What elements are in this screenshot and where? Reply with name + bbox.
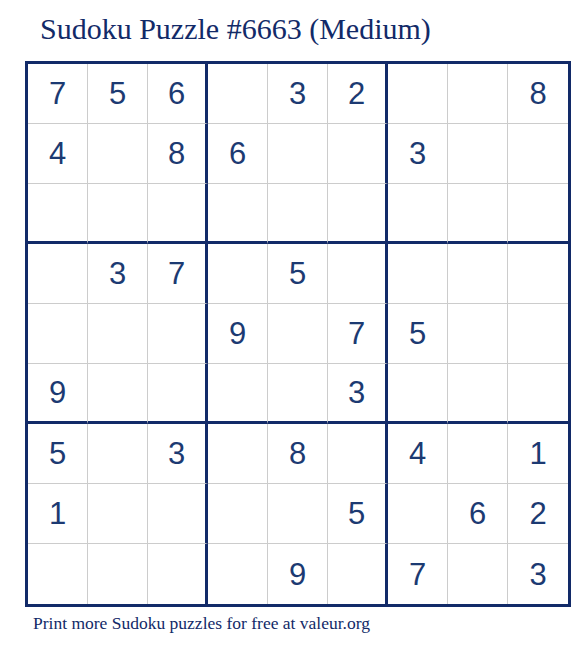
cell-r2c3: 8 bbox=[148, 124, 208, 184]
cell-r4c7 bbox=[388, 244, 448, 304]
cell-r6c1: 9 bbox=[28, 364, 88, 424]
cell-r2c8 bbox=[448, 124, 508, 184]
cell-r7c2 bbox=[88, 424, 148, 484]
cell-r3c8 bbox=[448, 184, 508, 244]
cell-r3c7 bbox=[388, 184, 448, 244]
cell-r8c6: 5 bbox=[328, 484, 388, 544]
cell-r9c9: 3 bbox=[508, 544, 568, 604]
cell-r1c4 bbox=[208, 64, 268, 124]
cell-r6c4 bbox=[208, 364, 268, 424]
cell-r3c5 bbox=[268, 184, 328, 244]
cell-r4c1 bbox=[28, 244, 88, 304]
cell-r8c1: 1 bbox=[28, 484, 88, 544]
cell-r7c4 bbox=[208, 424, 268, 484]
cell-r4c6 bbox=[328, 244, 388, 304]
cell-r1c9: 8 bbox=[508, 64, 568, 124]
cell-r3c3 bbox=[148, 184, 208, 244]
cell-r7c9: 1 bbox=[508, 424, 568, 484]
cell-r7c5: 8 bbox=[268, 424, 328, 484]
cell-r2c2 bbox=[88, 124, 148, 184]
cell-r3c2 bbox=[88, 184, 148, 244]
cell-r9c3 bbox=[148, 544, 208, 604]
cell-r1c5: 3 bbox=[268, 64, 328, 124]
cell-r8c3 bbox=[148, 484, 208, 544]
cell-r5c7: 5 bbox=[388, 304, 448, 364]
cell-r2c6 bbox=[328, 124, 388, 184]
cell-r8c5 bbox=[268, 484, 328, 544]
cell-r5c2 bbox=[88, 304, 148, 364]
cell-r5c9 bbox=[508, 304, 568, 364]
cell-r4c4 bbox=[208, 244, 268, 304]
cell-r4c2: 3 bbox=[88, 244, 148, 304]
footer-text: Print more Sudoku puzzles for free at va… bbox=[33, 613, 370, 634]
cell-r7c3: 3 bbox=[148, 424, 208, 484]
cell-r1c8 bbox=[448, 64, 508, 124]
cell-r5c6: 7 bbox=[328, 304, 388, 364]
cell-r6c6: 3 bbox=[328, 364, 388, 424]
cell-r8c8: 6 bbox=[448, 484, 508, 544]
page-title: Sudoku Puzzle #6663 (Medium) bbox=[40, 12, 431, 46]
cell-r7c6 bbox=[328, 424, 388, 484]
cell-r1c3: 6 bbox=[148, 64, 208, 124]
cell-r2c4: 6 bbox=[208, 124, 268, 184]
cell-r3c6 bbox=[328, 184, 388, 244]
cell-r5c5 bbox=[268, 304, 328, 364]
cell-r6c5 bbox=[268, 364, 328, 424]
cell-r9c8 bbox=[448, 544, 508, 604]
cell-r9c2 bbox=[88, 544, 148, 604]
cell-r9c6 bbox=[328, 544, 388, 604]
cell-r8c7 bbox=[388, 484, 448, 544]
cell-r6c7 bbox=[388, 364, 448, 424]
cell-r1c7 bbox=[388, 64, 448, 124]
cell-r5c3 bbox=[148, 304, 208, 364]
cell-r2c5 bbox=[268, 124, 328, 184]
cell-r9c1 bbox=[28, 544, 88, 604]
cell-r2c9 bbox=[508, 124, 568, 184]
sudoku-page: Sudoku Puzzle #6663 (Medium) 75632848633… bbox=[0, 0, 574, 651]
cell-r8c4 bbox=[208, 484, 268, 544]
cell-r4c5: 5 bbox=[268, 244, 328, 304]
cell-r6c8 bbox=[448, 364, 508, 424]
cell-r3c4 bbox=[208, 184, 268, 244]
cell-r7c8 bbox=[448, 424, 508, 484]
cell-r4c3: 7 bbox=[148, 244, 208, 304]
cell-r9c5: 9 bbox=[268, 544, 328, 604]
sudoku-board: 756328486337597593538411562973 bbox=[25, 61, 571, 607]
cell-r2c1: 4 bbox=[28, 124, 88, 184]
cell-r7c7: 4 bbox=[388, 424, 448, 484]
cell-r3c9 bbox=[508, 184, 568, 244]
cell-r3c1 bbox=[28, 184, 88, 244]
cell-r2c7: 3 bbox=[388, 124, 448, 184]
cell-r5c4: 9 bbox=[208, 304, 268, 364]
cell-r5c8 bbox=[448, 304, 508, 364]
cell-r4c8 bbox=[448, 244, 508, 304]
cell-r9c4 bbox=[208, 544, 268, 604]
cell-r1c1: 7 bbox=[28, 64, 88, 124]
cell-r7c1: 5 bbox=[28, 424, 88, 484]
cell-r8c9: 2 bbox=[508, 484, 568, 544]
cell-r8c2 bbox=[88, 484, 148, 544]
cell-r4c9 bbox=[508, 244, 568, 304]
cell-r6c9 bbox=[508, 364, 568, 424]
cell-r1c2: 5 bbox=[88, 64, 148, 124]
cell-r9c7: 7 bbox=[388, 544, 448, 604]
cell-r6c3 bbox=[148, 364, 208, 424]
cell-r1c6: 2 bbox=[328, 64, 388, 124]
cell-r5c1 bbox=[28, 304, 88, 364]
cell-r6c2 bbox=[88, 364, 148, 424]
